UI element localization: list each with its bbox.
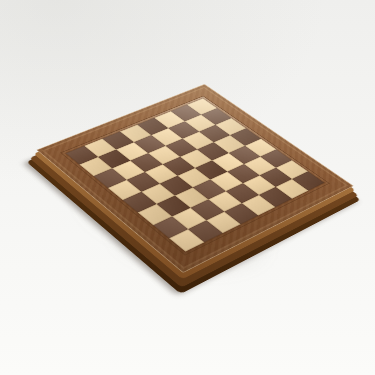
photo-scene [0,0,375,375]
